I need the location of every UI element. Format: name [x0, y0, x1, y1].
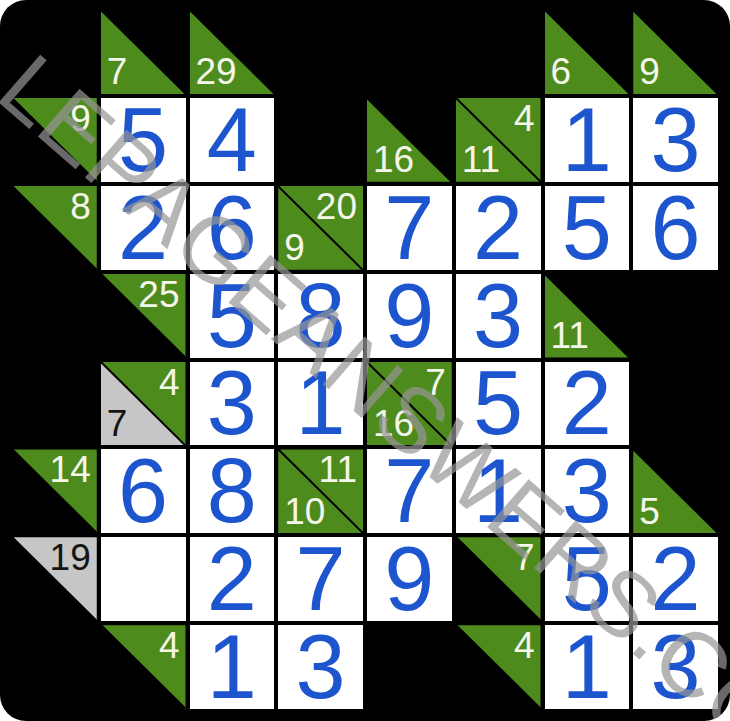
across-clue-number: 20: [316, 186, 357, 229]
entry-cell-r7c7[interactable]: 3: [631, 623, 720, 711]
clue-cell-r0c1: 7: [99, 8, 188, 96]
down-clue-number: 9: [284, 227, 305, 270]
entry-value: 7: [296, 535, 346, 623]
clue-cell-r2c0: 8: [10, 184, 99, 272]
clue-cell-r4c4: 716: [365, 360, 454, 448]
block-cell-r4c0: [10, 360, 99, 448]
entry-cell-r3c4[interactable]: 9: [365, 272, 454, 360]
clue-cell-r5c3: 1110: [276, 447, 365, 535]
block-cell-r0c3: [276, 8, 365, 96]
down-clue-number: 9: [639, 51, 660, 94]
across-clue-number: 4: [514, 625, 535, 668]
entry-value: 3: [207, 360, 257, 448]
entry-cell-r3c2[interactable]: 5: [188, 272, 277, 360]
entry-cell-r7c6[interactable]: 1: [543, 623, 632, 711]
entry-cell-r6c4[interactable]: 9: [365, 535, 454, 623]
across-clue-number: 7: [514, 537, 535, 580]
entry-cell-r6c2[interactable]: 2: [188, 535, 277, 623]
down-clue-number: 16: [373, 403, 414, 446]
entry-cell-r4c3[interactable]: 1: [276, 360, 365, 448]
entry-value: 1: [562, 623, 612, 711]
clue-cell-r1c4: 16: [365, 96, 454, 184]
entry-value: 3: [562, 447, 612, 535]
block-cell-r3c0: [10, 272, 99, 360]
entry-cell-r5c2[interactable]: 8: [188, 447, 277, 535]
entry-cell-r1c6[interactable]: 1: [543, 96, 632, 184]
clue-cell-r7c1: 4: [99, 623, 188, 711]
clue-cell-r3c6: 11: [543, 272, 632, 360]
across-clue-number: 4: [159, 625, 180, 668]
entry-cell-r5c5[interactable]: 1: [454, 447, 543, 535]
across-clue-number: 4: [514, 98, 535, 141]
entry-cell-r2c5[interactable]: 2: [454, 184, 543, 272]
down-clue-number: 7: [107, 403, 128, 446]
entry-cell-r6c7[interactable]: 2: [631, 535, 720, 623]
across-clue-number: 14: [50, 449, 91, 492]
entry-value: 3: [473, 272, 523, 360]
entry-value: 2: [651, 535, 701, 623]
clue-cell-r5c0: 14: [10, 447, 99, 535]
entry-value: 5: [473, 360, 523, 448]
down-clue-number: 10: [284, 491, 325, 534]
entry-value: 3: [296, 623, 346, 711]
down-clue-number: 5: [639, 491, 660, 534]
clue-cell-r5c7: 5: [631, 447, 720, 535]
across-clue-number: 19: [50, 537, 91, 580]
across-clue-number: 25: [138, 274, 179, 317]
entry-value: 6: [118, 447, 168, 535]
entry-cell-r7c3[interactable]: 3: [276, 623, 365, 711]
clue-cell-r1c0: 9: [10, 96, 99, 184]
entry-cell-r1c7[interactable]: 3: [631, 96, 720, 184]
entry-value: 8: [207, 447, 257, 535]
entry-cell-r4c5[interactable]: 5: [454, 360, 543, 448]
block-cell-r1c3: [276, 96, 365, 184]
entry-cell-r2c2[interactable]: 6: [188, 184, 277, 272]
down-clue-number: 11: [551, 315, 589, 358]
clue-cell-r6c5: 7: [454, 535, 543, 623]
down-clue-number: 29: [196, 51, 237, 94]
entry-cell-r2c6[interactable]: 5: [543, 184, 632, 272]
entry-value: 3: [651, 623, 701, 711]
entry-cell-r5c4[interactable]: 7: [365, 447, 454, 535]
clue-cell-r0c2: 29: [188, 8, 277, 96]
entry-value: 1: [562, 96, 612, 184]
entry-value: 7: [384, 447, 434, 535]
entry-value: 2: [473, 184, 523, 272]
kakuro-grid: 7296995416411138262097256255893114731716…: [10, 8, 720, 711]
clue-cell-r2c3: 209: [276, 184, 365, 272]
entry-cell-r6c1[interactable]: [99, 535, 188, 623]
across-clue-number: 4: [159, 362, 180, 405]
entry-cell-r7c2[interactable]: 1: [188, 623, 277, 711]
entry-value: 2: [207, 535, 257, 623]
clue-cell-r6c0: 19: [10, 535, 99, 623]
entry-cell-r2c1[interactable]: 2: [99, 184, 188, 272]
entry-cell-r6c3[interactable]: 7: [276, 535, 365, 623]
entry-value: 5: [207, 272, 257, 360]
across-clue-number: 7: [425, 362, 446, 405]
entry-value: 1: [473, 447, 523, 535]
entry-value: 1: [207, 623, 257, 711]
clue-cell-r7c5: 4: [454, 623, 543, 711]
entry-value: 7: [384, 184, 434, 272]
clue-cell-r0c6: 6: [543, 8, 632, 96]
entry-value: 1: [296, 360, 346, 448]
clue-cell-r1c5: 411: [454, 96, 543, 184]
entry-value: 4: [207, 96, 257, 184]
clue-cell-r4c1: 47: [99, 360, 188, 448]
entry-cell-r2c4[interactable]: 7: [365, 184, 454, 272]
entry-cell-r3c5[interactable]: 3: [454, 272, 543, 360]
across-clue-number: 9: [70, 98, 91, 141]
across-clue-number: 8: [70, 186, 91, 229]
clue-cell-r0c7: 9: [631, 8, 720, 96]
across-clue-number: 11: [319, 449, 357, 492]
entry-value: 9: [384, 535, 434, 623]
block-cell-r3c7: [631, 272, 720, 360]
down-clue-number: 7: [107, 51, 128, 94]
entry-cell-r4c6[interactable]: 2: [543, 360, 632, 448]
entry-cell-r2c7[interactable]: 6: [631, 184, 720, 272]
block-cell-r0c0: [10, 8, 99, 96]
block-cell-r7c4: [365, 623, 454, 711]
entry-value: 3: [651, 96, 701, 184]
entry-value: 2: [118, 184, 168, 272]
entry-cell-r6c6[interactable]: 5: [543, 535, 632, 623]
entry-cell-r4c2[interactable]: 3: [188, 360, 277, 448]
down-clue-number: 11: [462, 139, 500, 182]
kakuro-board: 7296995416411138262097256255893114731716…: [0, 0, 730, 721]
entry-value: 2: [562, 360, 612, 448]
entry-cell-r5c6[interactable]: 3: [543, 447, 632, 535]
clue-cell-r3c1: 25: [99, 272, 188, 360]
block-cell-r4c7: [631, 360, 720, 448]
kakuro-page: 7296995416411138262097256255893114731716…: [0, 0, 730, 721]
block-cell-r0c5: [454, 8, 543, 96]
down-clue-number: 16: [373, 139, 414, 182]
entry-value: 6: [207, 184, 257, 272]
entry-value: 5: [562, 184, 612, 272]
entry-value: 6: [651, 184, 701, 272]
entry-value: 9: [384, 272, 434, 360]
block-cell-r7c0: [10, 623, 99, 711]
entry-value: 8: [296, 272, 346, 360]
entry-cell-r3c3[interactable]: 8: [276, 272, 365, 360]
block-cell-r0c4: [365, 8, 454, 96]
entry-cell-r1c1[interactable]: 5: [99, 96, 188, 184]
entry-cell-r1c2[interactable]: 4: [188, 96, 277, 184]
entry-cell-r5c1[interactable]: 6: [99, 447, 188, 535]
entry-value: 5: [562, 535, 612, 623]
down-clue-number: 6: [551, 51, 572, 94]
entry-value: 5: [118, 96, 168, 184]
